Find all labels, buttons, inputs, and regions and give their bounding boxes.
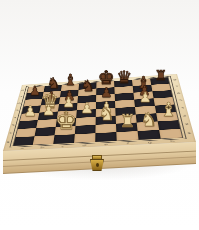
file-label-g: g [139,141,162,145]
light-pawn-g5: ♟ [139,91,151,105]
file-label-e: e [95,143,117,147]
dark-pawn-a7: ♟ [29,85,40,98]
file-label-d: d [74,144,95,148]
dark-rook-h8: ♜ [155,69,167,83]
square-f1 [116,131,138,141]
dark-knight-d7: ♞ [81,79,95,94]
square-b1 [33,135,55,145]
square-g1 [138,130,161,140]
light-pawn-a4: ♟ [24,105,37,119]
rank-label-4: 4 [179,104,187,112]
rank-label-2: 2 [183,120,191,129]
light-pawn-d4: ♟ [81,101,94,115]
dark-queen-f8: ♛ [116,69,131,86]
light-knight-e3: ♞ [98,104,114,122]
square-d1 [74,133,95,143]
square-a1 [12,136,34,146]
light-rook-f2: ♜ [120,112,136,130]
square-h1 [159,129,183,139]
light-knight-g2: ♞ [140,110,157,129]
rank-label-3: 3 [181,112,189,120]
file-label-a: a [11,147,32,150]
square-c1 [53,134,75,144]
rank-label-8: 8 [172,77,179,84]
rank-label-7: 7 [173,83,180,90]
file-label-h: h [161,140,184,144]
file-label-c: c [53,145,74,149]
chess-set-scene: abcdefgh1122334455667788 ♞♝♚♛♜♟♞♝♟♟♟♟♛♟♟… [0,0,199,230]
light-pawn-b4: ♟ [42,103,55,117]
light-bishop-h3: ♝ [160,100,177,119]
rank-label-1: 1 [185,128,194,137]
rank-label-6: 6 [175,90,182,97]
file-label-f: f [117,142,139,146]
square-e1 [95,132,116,142]
brass-clasp [89,155,105,172]
file-label-b: b [32,146,53,149]
product-photo-chess-set: abcdefgh1122334455667788 ♞♝♚♛♜♟♞♝♟♟♟♟♛♟♟… [0,0,199,230]
light-king-c2: ♚ [55,109,77,134]
rank-label-5: 5 [177,97,184,105]
dark-king-e8: ♚ [98,68,115,87]
clasp-keyhole [96,163,99,167]
dark-pawn-e6: ♟ [100,86,112,99]
